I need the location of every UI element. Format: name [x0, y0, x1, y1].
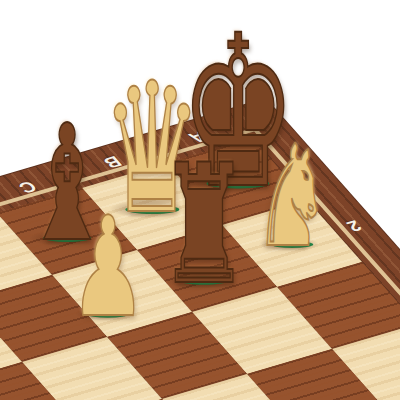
chessboard-product-photo: ABC2 ♚♛♝♞♜♟: [0, 0, 400, 400]
